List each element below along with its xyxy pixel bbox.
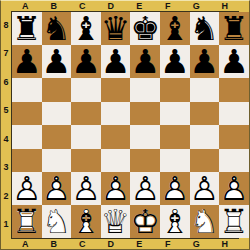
white-pawn-e2[interactable]: ♟♙ <box>130 172 160 205</box>
white-pawn-icon: ♙ <box>130 172 160 205</box>
square-h2[interactable]: ♟♙ <box>219 172 249 205</box>
black-bishop-icon: ♝ <box>71 12 101 45</box>
black-rook-icon: ♜ <box>219 12 249 45</box>
white-rook-a1[interactable]: ♜♖ <box>12 205 42 238</box>
black-king-icon: ♚ <box>130 12 160 45</box>
square-b5[interactable] <box>42 102 72 126</box>
white-pawn-c2[interactable]: ♟♙ <box>71 172 101 205</box>
square-h6[interactable] <box>219 78 249 102</box>
square-d5[interactable] <box>101 102 131 126</box>
black-pawn-e7[interactable]: ♟ <box>130 45 160 78</box>
square-b7[interactable]: ♟ <box>42 45 72 78</box>
rank-label-1-left: 1 <box>1 211 11 240</box>
square-f4[interactable] <box>160 125 190 149</box>
square-b1[interactable]: ♞♘ <box>42 205 72 238</box>
square-e6[interactable] <box>130 78 160 102</box>
square-c1[interactable]: ♝♗ <box>71 205 101 238</box>
square-a1[interactable]: ♜♖ <box>12 205 42 238</box>
black-pawn-icon: ♟ <box>42 45 72 78</box>
square-g1[interactable]: ♞♘ <box>190 205 220 238</box>
square-h4[interactable] <box>219 125 249 149</box>
square-d7[interactable]: ♟ <box>101 45 131 78</box>
black-knight-g8[interactable]: ♞ <box>190 12 220 45</box>
square-c2[interactable]: ♟♙ <box>71 172 101 205</box>
rank-label-5-left: 5 <box>1 97 11 126</box>
white-knight-icon: ♘ <box>190 205 220 238</box>
square-f8[interactable]: ♝ <box>160 12 190 45</box>
square-c4[interactable] <box>71 125 101 149</box>
black-pawn-icon: ♟ <box>130 45 160 78</box>
white-queen-d1[interactable]: ♛♕ <box>101 205 131 238</box>
square-a4[interactable] <box>12 125 42 149</box>
rank-label-7-left: 7 <box>1 40 11 69</box>
white-pawn-h2[interactable]: ♟♙ <box>219 172 249 205</box>
square-h7[interactable]: ♟ <box>219 45 249 78</box>
white-pawn-icon: ♙ <box>42 172 72 205</box>
white-pawn-icon: ♙ <box>190 172 220 205</box>
white-king-e1[interactable]: ♚♔ <box>130 205 160 238</box>
square-d1[interactable]: ♛♕ <box>101 205 131 238</box>
white-knight-icon: ♘ <box>42 205 72 238</box>
black-rook-icon: ♜ <box>12 12 42 45</box>
square-b2[interactable]: ♟♙ <box>42 172 72 205</box>
chess-board: ♜♞♝♛♚♝♞♜♟♟♟♟♟♟♟♟♟♙♟♙♟♙♟♙♟♙♟♙♟♙♟♙♜♖♞♘♝♗♛♕… <box>11 11 239 239</box>
white-pawn-f2[interactable]: ♟♙ <box>160 172 190 205</box>
black-knight-icon: ♞ <box>190 12 220 45</box>
black-pawn-a7[interactable]: ♟ <box>12 45 42 78</box>
white-queen-icon: ♕ <box>101 205 131 238</box>
white-king-icon: ♔ <box>130 205 160 238</box>
square-g2[interactable]: ♟♙ <box>190 172 220 205</box>
square-b8[interactable]: ♞ <box>42 12 72 45</box>
black-queen-d8[interactable]: ♛ <box>101 12 131 45</box>
square-d4[interactable] <box>101 125 131 149</box>
square-f6[interactable] <box>160 78 190 102</box>
white-pawn-icon: ♙ <box>160 172 190 205</box>
black-pawn-c7[interactable]: ♟ <box>71 45 101 78</box>
square-h5[interactable] <box>219 102 249 126</box>
rank-labels-left: 87654321 <box>1 11 11 239</box>
black-bishop-f8[interactable]: ♝ <box>160 12 190 45</box>
square-e5[interactable] <box>130 102 160 126</box>
rank-label-4-left: 4 <box>1 125 11 154</box>
white-bishop-icon: ♗ <box>71 205 101 238</box>
white-bishop-c1[interactable]: ♝♗ <box>71 205 101 238</box>
rank-label-2-left: 2 <box>1 182 11 211</box>
square-a8[interactable]: ♜ <box>12 12 42 45</box>
square-c8[interactable]: ♝ <box>71 12 101 45</box>
square-g6[interactable] <box>190 78 220 102</box>
square-a2[interactable]: ♟♙ <box>12 172 42 205</box>
square-d2[interactable]: ♟♙ <box>101 172 131 205</box>
square-b6[interactable] <box>42 78 72 102</box>
square-a5[interactable] <box>12 102 42 126</box>
black-rook-h8[interactable]: ♜ <box>219 12 249 45</box>
rank-label-8-left: 8 <box>1 11 11 40</box>
black-pawn-f7[interactable]: ♟ <box>160 45 190 78</box>
white-pawn-b2[interactable]: ♟♙ <box>42 172 72 205</box>
white-pawn-g2[interactable]: ♟♙ <box>190 172 220 205</box>
square-e1[interactable]: ♚♔ <box>130 205 160 238</box>
white-knight-g1[interactable]: ♞♘ <box>190 205 220 238</box>
square-f5[interactable] <box>160 102 190 126</box>
white-bishop-f1[interactable]: ♝♗ <box>160 205 190 238</box>
white-pawn-icon: ♙ <box>71 172 101 205</box>
square-g7[interactable]: ♟ <box>190 45 220 78</box>
white-rook-h1[interactable]: ♜♖ <box>219 205 249 238</box>
square-e8[interactable]: ♚ <box>130 12 160 45</box>
black-rook-a8[interactable]: ♜ <box>12 12 42 45</box>
black-pawn-h7[interactable]: ♟ <box>219 45 249 78</box>
square-d6[interactable] <box>101 78 131 102</box>
square-f7[interactable]: ♟ <box>160 45 190 78</box>
rank-label-3-left: 3 <box>1 154 11 183</box>
square-d8[interactable]: ♛ <box>101 12 131 45</box>
black-pawn-icon: ♟ <box>190 45 220 78</box>
black-bishop-icon: ♝ <box>160 12 190 45</box>
square-a6[interactable] <box>12 78 42 102</box>
square-b4[interactable] <box>42 125 72 149</box>
square-g4[interactable] <box>190 125 220 149</box>
square-e2[interactable]: ♟♙ <box>130 172 160 205</box>
black-bishop-c8[interactable]: ♝ <box>71 12 101 45</box>
black-king-e8[interactable]: ♚ <box>130 12 160 45</box>
square-e4[interactable] <box>130 125 160 149</box>
chess-board-frame: ABCDEFGH ABCDEFGH 87654321 87654321 ♜♞♝♛… <box>0 0 250 250</box>
black-pawn-g7[interactable]: ♟ <box>190 45 220 78</box>
square-h1[interactable]: ♜♖ <box>219 205 249 238</box>
square-c5[interactable] <box>71 102 101 126</box>
black-pawn-icon: ♟ <box>12 45 42 78</box>
white-pawn-icon: ♙ <box>219 172 249 205</box>
square-f2[interactable]: ♟♙ <box>160 172 190 205</box>
rank-label-6-left: 6 <box>1 68 11 97</box>
white-pawn-a2[interactable]: ♟♙ <box>12 172 42 205</box>
black-pawn-icon: ♟ <box>160 45 190 78</box>
white-pawn-icon: ♙ <box>101 172 131 205</box>
square-g8[interactable]: ♞ <box>190 12 220 45</box>
black-knight-b8[interactable]: ♞ <box>42 12 72 45</box>
white-rook-icon: ♖ <box>219 205 249 238</box>
square-c7[interactable]: ♟ <box>71 45 101 78</box>
white-knight-b1[interactable]: ♞♘ <box>42 205 72 238</box>
white-rook-icon: ♖ <box>12 205 42 238</box>
black-pawn-icon: ♟ <box>219 45 249 78</box>
white-bishop-icon: ♗ <box>160 205 190 238</box>
square-f1[interactable]: ♝♗ <box>160 205 190 238</box>
white-pawn-d2[interactable]: ♟♙ <box>101 172 131 205</box>
square-c6[interactable] <box>71 78 101 102</box>
black-pawn-icon: ♟ <box>71 45 101 78</box>
black-queen-icon: ♛ <box>101 12 131 45</box>
white-pawn-icon: ♙ <box>12 172 42 205</box>
black-pawn-b7[interactable]: ♟ <box>42 45 72 78</box>
black-pawn-icon: ♟ <box>101 45 131 78</box>
square-e7[interactable]: ♟ <box>130 45 160 78</box>
square-a7[interactable]: ♟ <box>12 45 42 78</box>
black-pawn-d7[interactable]: ♟ <box>101 45 131 78</box>
square-g5[interactable] <box>190 102 220 126</box>
square-h8[interactable]: ♜ <box>219 12 249 45</box>
black-knight-icon: ♞ <box>42 12 72 45</box>
